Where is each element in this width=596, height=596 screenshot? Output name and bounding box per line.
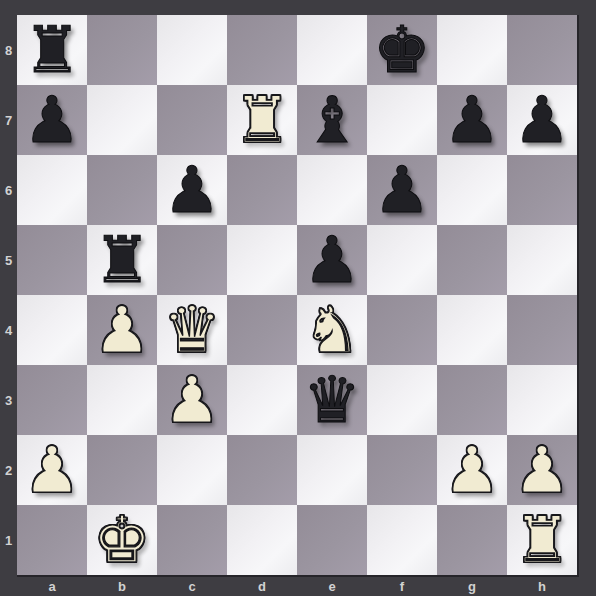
square-b7[interactable] (87, 85, 157, 155)
square-b8[interactable] (87, 15, 157, 85)
file-label-f: f (367, 577, 437, 596)
black-pawn[interactable]: ♟ (163, 155, 220, 225)
file-label-g: g (437, 577, 507, 596)
square-g5[interactable] (437, 225, 507, 295)
white-king[interactable]: ♚ (93, 505, 150, 575)
square-c8[interactable] (157, 15, 227, 85)
black-pawn[interactable]: ♟ (373, 155, 430, 225)
square-c3[interactable]: ♟ (157, 365, 227, 435)
square-f6[interactable]: ♟ (367, 155, 437, 225)
square-f2[interactable] (367, 435, 437, 505)
white-queen[interactable]: ♛ (163, 295, 220, 365)
white-pawn[interactable]: ♟ (163, 365, 220, 435)
white-knight[interactable]: ♞ (303, 295, 360, 365)
rank-label-4: 4 (0, 295, 17, 365)
square-a7[interactable]: ♟ (17, 85, 87, 155)
square-f7[interactable] (367, 85, 437, 155)
square-h8[interactable] (507, 15, 577, 85)
square-a4[interactable] (17, 295, 87, 365)
file-label-d: d (227, 577, 297, 596)
file-label-h: h (507, 577, 577, 596)
square-c1[interactable] (157, 505, 227, 575)
square-e1[interactable] (297, 505, 367, 575)
square-h2[interactable]: ♟ (507, 435, 577, 505)
square-c2[interactable] (157, 435, 227, 505)
black-pawn[interactable]: ♟ (443, 85, 500, 155)
square-c5[interactable] (157, 225, 227, 295)
square-b3[interactable] (87, 365, 157, 435)
square-a5[interactable] (17, 225, 87, 295)
square-f3[interactable] (367, 365, 437, 435)
square-a1[interactable] (17, 505, 87, 575)
black-rook[interactable]: ♜ (93, 225, 150, 295)
white-pawn[interactable]: ♟ (93, 295, 150, 365)
square-b6[interactable] (87, 155, 157, 225)
square-c7[interactable] (157, 85, 227, 155)
black-queen[interactable]: ♛ (303, 365, 360, 435)
black-pawn[interactable]: ♟ (303, 225, 360, 295)
square-h6[interactable] (507, 155, 577, 225)
white-pawn[interactable]: ♟ (23, 435, 80, 505)
square-a3[interactable] (17, 365, 87, 435)
square-e5[interactable]: ♟ (297, 225, 367, 295)
file-coordinates: abcdefgh (17, 577, 577, 596)
square-b1[interactable]: ♚ (87, 505, 157, 575)
rank-label-5: 5 (0, 225, 17, 295)
square-h3[interactable] (507, 365, 577, 435)
square-f1[interactable] (367, 505, 437, 575)
square-d5[interactable] (227, 225, 297, 295)
rank-label-2: 2 (0, 435, 17, 505)
square-e6[interactable] (297, 155, 367, 225)
rank-label-7: 7 (0, 85, 17, 155)
white-pawn[interactable]: ♟ (513, 435, 570, 505)
square-d2[interactable] (227, 435, 297, 505)
white-pawn[interactable]: ♟ (443, 435, 500, 505)
square-h1[interactable]: ♜ (507, 505, 577, 575)
square-b4[interactable]: ♟ (87, 295, 157, 365)
black-king[interactable]: ♚ (373, 15, 430, 85)
square-e4[interactable]: ♞ (297, 295, 367, 365)
file-label-c: c (157, 577, 227, 596)
square-b2[interactable] (87, 435, 157, 505)
square-d1[interactable] (227, 505, 297, 575)
black-bishop[interactable]: ♝ (303, 85, 360, 155)
square-e8[interactable] (297, 15, 367, 85)
square-a6[interactable] (17, 155, 87, 225)
rank-label-3: 3 (0, 365, 17, 435)
square-h4[interactable] (507, 295, 577, 365)
square-d6[interactable] (227, 155, 297, 225)
rank-label-6: 6 (0, 155, 17, 225)
square-g8[interactable] (437, 15, 507, 85)
square-b5[interactable]: ♜ (87, 225, 157, 295)
white-rook[interactable]: ♜ (233, 85, 290, 155)
chess-board: ♜♚♟♜♝♟♟♟♟♜♟♟♛♞♟♛♟♟♟♚♜ (17, 15, 579, 577)
square-f8[interactable]: ♚ (367, 15, 437, 85)
chess-board-app: ♜♚♟♜♝♟♟♟♟♜♟♟♛♞♟♛♟♟♟♚♜ 87654321 abcdefgh (0, 0, 596, 596)
square-c4[interactable]: ♛ (157, 295, 227, 365)
square-e3[interactable]: ♛ (297, 365, 367, 435)
square-e2[interactable] (297, 435, 367, 505)
rank-label-8: 8 (0, 15, 17, 85)
rank-coordinates: 87654321 (0, 15, 17, 575)
square-f4[interactable] (367, 295, 437, 365)
file-label-b: b (87, 577, 157, 596)
square-d7[interactable]: ♜ (227, 85, 297, 155)
white-rook[interactable]: ♜ (513, 505, 570, 575)
square-g6[interactable] (437, 155, 507, 225)
black-pawn[interactable]: ♟ (513, 85, 570, 155)
square-h5[interactable] (507, 225, 577, 295)
square-g3[interactable] (437, 365, 507, 435)
square-g1[interactable] (437, 505, 507, 575)
square-a8[interactable]: ♜ (17, 15, 87, 85)
rank-label-1: 1 (0, 505, 17, 575)
black-rook[interactable]: ♜ (23, 15, 80, 85)
square-d3[interactable] (227, 365, 297, 435)
square-g7[interactable]: ♟ (437, 85, 507, 155)
file-label-a: a (17, 577, 87, 596)
square-a2[interactable]: ♟ (17, 435, 87, 505)
file-label-e: e (297, 577, 367, 596)
square-d8[interactable] (227, 15, 297, 85)
square-g4[interactable] (437, 295, 507, 365)
square-h7[interactable]: ♟ (507, 85, 577, 155)
black-pawn[interactable]: ♟ (23, 85, 80, 155)
square-e7[interactable]: ♝ (297, 85, 367, 155)
square-f5[interactable] (367, 225, 437, 295)
square-d4[interactable] (227, 295, 297, 365)
square-g2[interactable]: ♟ (437, 435, 507, 505)
square-c6[interactable]: ♟ (157, 155, 227, 225)
